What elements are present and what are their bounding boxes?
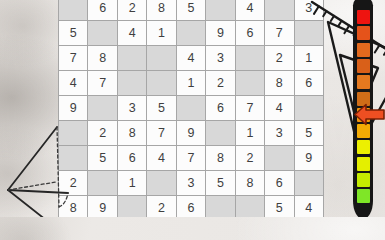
cell-r3c3[interactable]: [118, 46, 146, 70]
cell-r6c6[interactable]: [206, 121, 234, 145]
cell-r8c1: 2: [59, 171, 87, 195]
cell-r3c6: 3: [206, 46, 234, 70]
cell-r8c8: 6: [265, 171, 293, 195]
cell-r8c2[interactable]: [88, 171, 116, 195]
cell-r1c1[interactable]: [59, 0, 87, 20]
level-arrow-icon: [353, 103, 385, 126]
cell-r9c6[interactable]: [206, 196, 234, 217]
cell-r5c4: 5: [147, 96, 175, 120]
cell-r8c4[interactable]: [147, 171, 175, 195]
cell-r8c7: 8: [236, 171, 264, 195]
cell-r5c7: 7: [236, 96, 264, 120]
cell-r3c4[interactable]: [147, 46, 175, 70]
cell-r7c7: 2: [236, 146, 264, 170]
cell-r1c3: 2: [118, 0, 146, 20]
cell-r4c5: 1: [177, 71, 205, 95]
cell-r6c7: 1: [236, 121, 264, 145]
cell-r3c9: 1: [295, 46, 323, 70]
cell-r6c1[interactable]: [59, 121, 87, 145]
cell-r7c3: 6: [118, 146, 146, 170]
cell-r4c2: 7: [88, 71, 116, 95]
cell-r4c7[interactable]: [236, 71, 264, 95]
cell-r2c5[interactable]: [177, 21, 205, 45]
cell-r9c7[interactable]: [236, 196, 264, 217]
cell-r6c2: 2: [88, 121, 116, 145]
cell-r3c1: 7: [59, 46, 87, 70]
cell-r2c1: 5: [59, 21, 87, 45]
cell-r4c8: 8: [265, 71, 293, 95]
cell-r7c5: 7: [177, 146, 205, 170]
cell-r9c2: 9: [88, 196, 116, 217]
cell-r8c5: 3: [177, 171, 205, 195]
cell-r5c8: 4: [265, 96, 293, 120]
cell-r2c4: 1: [147, 21, 175, 45]
scale-segment-3: [357, 43, 370, 57]
cell-r6c9: 5: [295, 121, 323, 145]
scale-segment-2: [357, 26, 370, 40]
cell-r4c4[interactable]: [147, 71, 175, 95]
cell-r2c9[interactable]: [295, 21, 323, 45]
cell-r1c5: 5: [177, 0, 205, 20]
cell-r1c4: 8: [147, 0, 175, 20]
cell-r6c5: 9: [177, 121, 205, 145]
cell-r6c3: 8: [118, 121, 146, 145]
cell-r3c2: 8: [88, 46, 116, 70]
cell-r7c8[interactable]: [265, 146, 293, 170]
cell-r7c4: 4: [147, 146, 175, 170]
cell-r1c8[interactable]: [265, 0, 293, 20]
cell-r1c6[interactable]: [206, 0, 234, 20]
cell-r2c7: 6: [236, 21, 264, 45]
scale-segment-5: [357, 75, 370, 89]
cell-r5c6: 6: [206, 96, 234, 120]
cell-r6c8: 3: [265, 121, 293, 145]
cell-r7c1[interactable]: [59, 146, 87, 170]
scale-segment-10: [357, 157, 370, 171]
cell-r7c9: 9: [295, 146, 323, 170]
cell-r8c9[interactable]: [295, 171, 323, 195]
cell-r2c3: 4: [118, 21, 146, 45]
cell-r7c6: 8: [206, 146, 234, 170]
cell-r5c2[interactable]: [88, 96, 116, 120]
cell-r9c8: 5: [265, 196, 293, 217]
cell-r4c3[interactable]: [118, 71, 146, 95]
cell-r7c2: 5: [88, 146, 116, 170]
scale-segment-11: [357, 173, 370, 187]
cell-r2c8: 7: [265, 21, 293, 45]
cell-r1c2: 6: [88, 0, 116, 20]
scale-segment-1: [357, 10, 370, 24]
cell-r2c6: 9: [206, 21, 234, 45]
cell-r3c7[interactable]: [236, 46, 264, 70]
cell-r4c9: 6: [295, 71, 323, 95]
cell-r9c5: 6: [177, 196, 205, 217]
sudoku-board: 6285435419677843214712869356742879135564…: [58, 0, 324, 217]
cell-r1c9: 3: [295, 0, 323, 20]
cell-r3c5: 4: [177, 46, 205, 70]
cell-r6c4: 7: [147, 121, 175, 145]
cell-r3c8: 2: [265, 46, 293, 70]
cell-r5c3: 3: [118, 96, 146, 120]
scale-segment-12: [357, 189, 370, 203]
cell-r1c7: 4: [236, 0, 264, 20]
cell-r4c6: 2: [206, 71, 234, 95]
cell-r5c9[interactable]: [295, 96, 323, 120]
scale-segment-9: [357, 140, 370, 154]
cell-r5c5[interactable]: [177, 96, 205, 120]
scale-segment-4: [357, 59, 370, 73]
cell-r4c1: 4: [59, 71, 87, 95]
cell-r2c2[interactable]: [88, 21, 116, 45]
cell-r8c6: 5: [206, 171, 234, 195]
cell-r9c4: 2: [147, 196, 175, 217]
cell-r9c1: 8: [59, 196, 87, 217]
cell-r9c9: 4: [295, 196, 323, 217]
cell-r5c1: 9: [59, 96, 87, 120]
cell-r8c3: 1: [118, 171, 146, 195]
cell-r9c3[interactable]: [118, 196, 146, 217]
